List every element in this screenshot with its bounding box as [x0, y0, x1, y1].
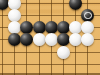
white-stone — [8, 21, 21, 34]
white-stone — [81, 21, 94, 34]
board-bottom-edge — [0, 73, 100, 75]
black-stone — [20, 33, 33, 46]
black-stone — [33, 21, 46, 34]
grid-line-horizontal — [0, 52, 100, 53]
grid-line-horizontal — [0, 64, 100, 65]
black-stone — [45, 21, 58, 34]
last-move-marker — [84, 12, 91, 19]
go-board[interactable] — [0, 0, 100, 75]
black-stone — [57, 21, 70, 34]
white-stone — [81, 33, 94, 46]
white-stone — [8, 9, 21, 22]
white-stone — [33, 33, 46, 46]
black-stone — [20, 21, 33, 34]
black-stone-last-move — [81, 9, 94, 22]
white-stone — [57, 46, 70, 59]
black-stone — [57, 33, 70, 46]
white-stone — [69, 21, 82, 34]
black-stone — [69, 0, 82, 10]
white-stone — [45, 33, 58, 46]
black-stone — [8, 33, 21, 46]
white-stone — [69, 33, 82, 46]
